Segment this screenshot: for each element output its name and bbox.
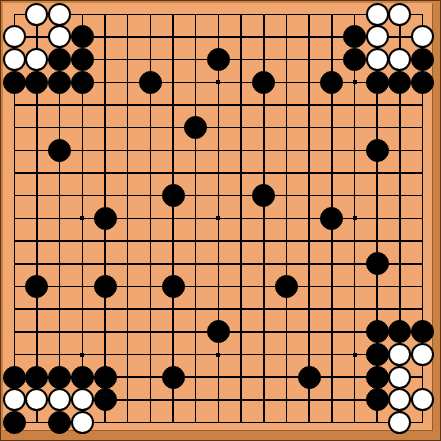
star-point [353, 80, 357, 84]
grid-hline [14, 240, 424, 242]
white-stone[interactable] [388, 366, 411, 389]
black-stone[interactable] [94, 366, 117, 389]
grid-vline [286, 14, 288, 424]
black-stone[interactable] [71, 71, 94, 94]
white-stone[interactable] [388, 411, 411, 434]
star-point [80, 353, 84, 357]
black-stone[interactable] [366, 320, 389, 343]
white-stone[interactable] [366, 25, 389, 48]
black-stone[interactable] [162, 184, 185, 207]
white-stone[interactable] [48, 3, 71, 26]
white-stone[interactable] [3, 48, 26, 71]
black-stone[interactable] [320, 71, 343, 94]
black-stone[interactable] [343, 48, 366, 71]
black-stone[interactable] [275, 275, 298, 298]
black-stone[interactable] [94, 388, 117, 411]
white-stone[interactable] [366, 3, 389, 26]
star-point [216, 80, 220, 84]
black-stone[interactable] [366, 252, 389, 275]
black-stone[interactable] [94, 207, 117, 230]
star-point [216, 353, 220, 357]
grid-vline [308, 14, 310, 424]
black-stone[interactable] [48, 139, 71, 162]
black-stone[interactable] [48, 411, 71, 434]
star-point [353, 216, 357, 220]
white-stone[interactable] [411, 343, 434, 366]
grid-vline [240, 14, 242, 424]
white-stone[interactable] [71, 411, 94, 434]
star-point [216, 216, 220, 220]
black-stone[interactable] [366, 388, 389, 411]
black-stone[interactable] [366, 366, 389, 389]
grid-hline [14, 263, 424, 265]
white-stone[interactable] [388, 3, 411, 26]
black-stone[interactable] [252, 71, 275, 94]
black-stone[interactable] [207, 48, 230, 71]
black-stone[interactable] [48, 366, 71, 389]
black-stone[interactable] [25, 366, 48, 389]
black-stone[interactable] [366, 71, 389, 94]
black-stone[interactable] [71, 48, 94, 71]
black-stone[interactable] [3, 366, 26, 389]
black-stone[interactable] [94, 275, 117, 298]
white-stone[interactable] [3, 388, 26, 411]
star-point [80, 216, 84, 220]
black-stone[interactable] [366, 139, 389, 162]
black-stone[interactable] [71, 366, 94, 389]
star-point [353, 353, 357, 357]
grid-hline [14, 308, 424, 310]
black-stone[interactable] [366, 343, 389, 366]
black-stone[interactable] [298, 366, 321, 389]
black-stone[interactable] [48, 71, 71, 94]
black-stone[interactable] [162, 275, 185, 298]
black-stone[interactable] [162, 366, 185, 389]
go-board[interactable] [0, 0, 441, 441]
black-stone[interactable] [139, 71, 162, 94]
black-stone[interactable] [3, 71, 26, 94]
white-stone[interactable] [366, 48, 389, 71]
grid-hline [14, 286, 424, 288]
black-stone[interactable] [3, 411, 26, 434]
black-stone[interactable] [411, 71, 434, 94]
